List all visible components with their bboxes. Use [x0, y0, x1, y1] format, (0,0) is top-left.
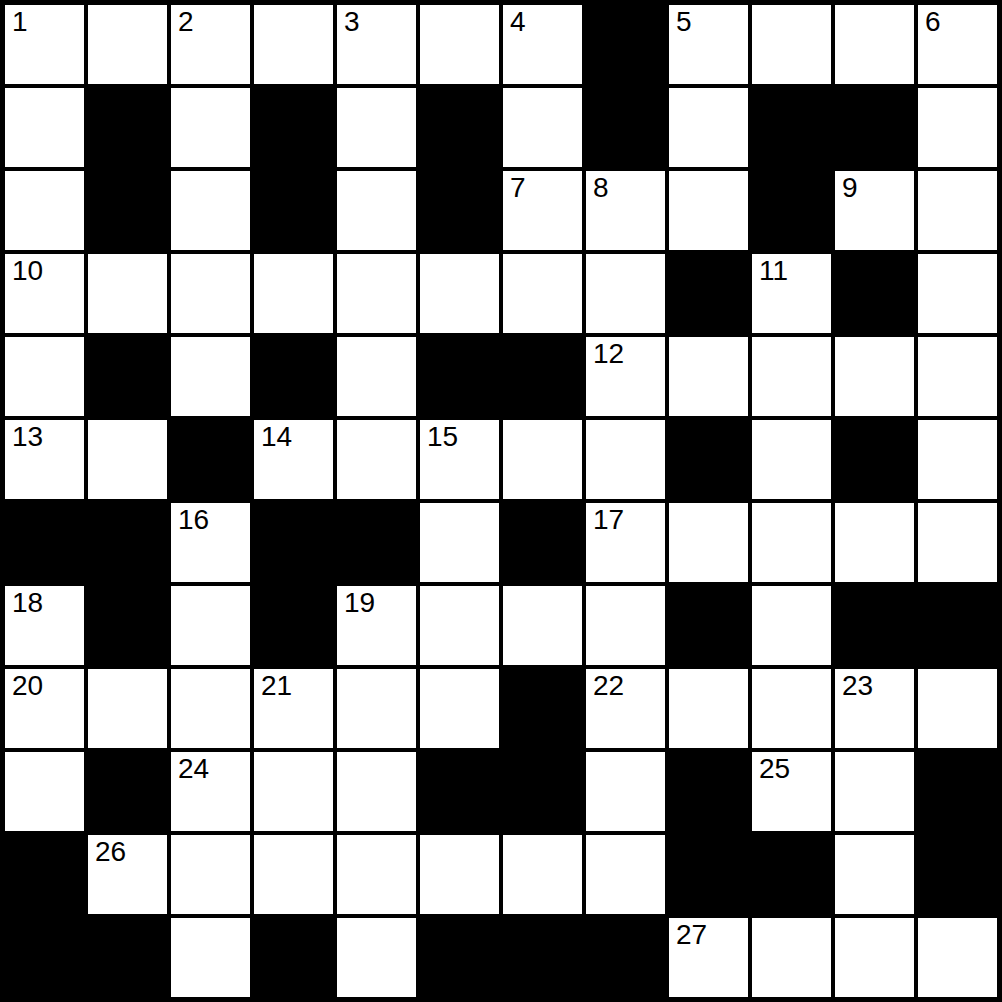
cell-r8c6[interactable] — [420, 586, 499, 665]
cell-r5c1[interactable] — [5, 337, 84, 416]
clue-number-20: 20 — [12, 671, 43, 700]
cell-r4c5[interactable] — [337, 254, 416, 333]
block-cell-r12c1 — [5, 918, 84, 997]
cell-r4c12[interactable] — [918, 254, 997, 333]
block-cell-r2c6 — [420, 88, 499, 167]
cell-r11c6[interactable] — [420, 835, 499, 914]
cell-r4c4[interactable] — [254, 254, 333, 333]
clue-number-5: 5 — [676, 7, 692, 36]
cell-r11c4[interactable] — [254, 835, 333, 914]
clue-number-7: 7 — [510, 173, 526, 202]
cell-r6c10[interactable] — [752, 420, 831, 499]
cell-r6c4[interactable]: 14 — [254, 420, 333, 499]
cell-r3c7[interactable]: 7 — [503, 171, 582, 250]
cell-r11c2[interactable]: 26 — [88, 835, 167, 914]
cell-r10c3[interactable]: 24 — [171, 752, 250, 831]
cell-r8c7[interactable] — [503, 586, 582, 665]
block-cell-r12c8 — [586, 918, 665, 997]
cell-r3c3[interactable] — [171, 171, 250, 250]
clue-number-11: 11 — [759, 256, 788, 285]
cell-r7c3[interactable]: 16 — [171, 503, 250, 582]
block-cell-r8c11 — [835, 586, 914, 665]
cell-r7c9[interactable] — [669, 503, 748, 582]
cell-r4c1[interactable]: 10 — [5, 254, 84, 333]
block-cell-r5c2 — [88, 337, 167, 416]
cell-r2c9[interactable] — [669, 88, 748, 167]
block-cell-r7c7 — [503, 503, 582, 582]
block-cell-r2c10 — [752, 88, 831, 167]
cell-r4c8[interactable] — [586, 254, 665, 333]
cell-r9c12[interactable] — [918, 669, 997, 748]
block-cell-r4c11 — [835, 254, 914, 333]
block-cell-r5c6 — [420, 337, 499, 416]
cell-r8c10[interactable] — [752, 586, 831, 665]
cell-r5c11[interactable] — [835, 337, 914, 416]
cell-r2c12[interactable] — [918, 88, 997, 167]
cell-r2c5[interactable] — [337, 88, 416, 167]
block-cell-r6c11 — [835, 420, 914, 499]
block-cell-r10c2 — [88, 752, 167, 831]
block-cell-r11c9 — [669, 835, 748, 914]
clue-number-13: 13 — [12, 422, 43, 451]
cell-r11c3[interactable] — [171, 835, 250, 914]
clue-number-23: 23 — [842, 671, 873, 700]
clue-number-10: 10 — [12, 256, 43, 285]
block-cell-r12c4 — [254, 918, 333, 997]
block-cell-r8c12 — [918, 586, 997, 665]
cell-r1c10[interactable] — [752, 5, 831, 84]
block-cell-r12c6 — [420, 918, 499, 997]
block-cell-r6c9 — [669, 420, 748, 499]
cell-r1c11[interactable] — [835, 5, 914, 84]
cell-r5c8[interactable]: 12 — [586, 337, 665, 416]
block-cell-r10c12 — [918, 752, 997, 831]
cell-r4c3[interactable] — [171, 254, 250, 333]
cell-r6c7[interactable] — [503, 420, 582, 499]
clue-number-22: 22 — [593, 671, 624, 700]
cell-r7c10[interactable] — [752, 503, 831, 582]
cell-r10c1[interactable] — [5, 752, 84, 831]
cell-r3c1[interactable] — [5, 171, 84, 250]
clue-number-19: 19 — [344, 588, 375, 617]
block-cell-r4c9 — [669, 254, 748, 333]
clue-number-12: 12 — [593, 339, 624, 368]
cell-r10c5[interactable] — [337, 752, 416, 831]
cell-r1c6[interactable] — [420, 5, 499, 84]
block-cell-r3c6 — [420, 171, 499, 250]
cell-r12c3[interactable] — [171, 918, 250, 997]
clue-number-8: 8 — [593, 173, 609, 202]
cell-r10c10[interactable]: 25 — [752, 752, 831, 831]
cell-r8c3[interactable] — [171, 586, 250, 665]
clue-number-14: 14 — [261, 422, 292, 451]
cell-r3c9[interactable] — [669, 171, 748, 250]
block-cell-r11c10 — [752, 835, 831, 914]
block-cell-r12c2 — [88, 918, 167, 997]
cell-r1c5[interactable]: 3 — [337, 5, 416, 84]
cell-r1c3[interactable]: 2 — [171, 5, 250, 84]
clue-number-25: 25 — [759, 754, 790, 783]
block-cell-r7c5 — [337, 503, 416, 582]
cell-r5c5[interactable] — [337, 337, 416, 416]
cell-r4c10[interactable]: 11 — [752, 254, 831, 333]
clue-number-21: 21 — [261, 671, 292, 700]
clue-number-6: 6 — [925, 7, 941, 36]
clue-number-24: 24 — [178, 754, 209, 783]
cell-r5c12[interactable] — [918, 337, 997, 416]
cell-r3c12[interactable] — [918, 171, 997, 250]
cell-r1c1[interactable]: 1 — [5, 5, 84, 84]
crossword-board: 1234567891011121314151617181920212223242… — [0, 0, 1002, 1002]
block-cell-r10c9 — [669, 752, 748, 831]
cell-r9c5[interactable] — [337, 669, 416, 748]
cell-r8c1[interactable]: 18 — [5, 586, 84, 665]
block-cell-r8c2 — [88, 586, 167, 665]
cell-r11c8[interactable] — [586, 835, 665, 914]
clue-number-18: 18 — [12, 588, 43, 617]
cell-r5c3[interactable] — [171, 337, 250, 416]
cell-r4c2[interactable] — [88, 254, 167, 333]
cell-r12c9[interactable]: 27 — [669, 918, 748, 997]
clue-number-3: 3 — [344, 7, 360, 36]
cell-r6c6[interactable]: 15 — [420, 420, 499, 499]
block-cell-r9c7 — [503, 669, 582, 748]
cell-r2c1[interactable] — [5, 88, 84, 167]
cell-r3c11[interactable]: 9 — [835, 171, 914, 250]
cell-r9c9[interactable] — [669, 669, 748, 748]
cell-r2c7[interactable] — [503, 88, 582, 167]
cell-r7c11[interactable] — [835, 503, 914, 582]
cell-r7c8[interactable]: 17 — [586, 503, 665, 582]
block-cell-r11c1 — [5, 835, 84, 914]
cell-r6c12[interactable] — [918, 420, 997, 499]
cell-r10c4[interactable] — [254, 752, 333, 831]
cell-r8c5[interactable]: 19 — [337, 586, 416, 665]
block-cell-r3c10 — [752, 171, 831, 250]
cell-r1c4[interactable] — [254, 5, 333, 84]
cell-r1c9[interactable]: 5 — [669, 5, 748, 84]
block-cell-r3c2 — [88, 171, 167, 250]
cell-r11c5[interactable] — [337, 835, 416, 914]
block-cell-r5c4 — [254, 337, 333, 416]
clue-number-4: 4 — [510, 7, 526, 36]
block-cell-r5c7 — [503, 337, 582, 416]
cell-r3c5[interactable] — [337, 171, 416, 250]
cell-r6c5[interactable] — [337, 420, 416, 499]
cell-r12c12[interactable] — [918, 918, 997, 997]
block-cell-r2c2 — [88, 88, 167, 167]
clue-number-1: 1 — [12, 7, 28, 36]
block-cell-r1c8 — [586, 5, 665, 84]
cell-r9c3[interactable] — [171, 669, 250, 748]
block-cell-r2c4 — [254, 88, 333, 167]
cell-r12c5[interactable] — [337, 918, 416, 997]
cell-r7c6[interactable] — [420, 503, 499, 582]
cell-r1c7[interactable]: 4 — [503, 5, 582, 84]
block-cell-r10c7 — [503, 752, 582, 831]
clue-number-15: 15 — [427, 422, 458, 451]
block-cell-r2c8 — [586, 88, 665, 167]
clue-number-27: 27 — [676, 920, 707, 949]
clue-number-16: 16 — [178, 505, 209, 534]
cell-r9c11[interactable]: 23 — [835, 669, 914, 748]
clue-number-26: 26 — [95, 837, 126, 866]
block-cell-r8c9 — [669, 586, 748, 665]
block-cell-r2c11 — [835, 88, 914, 167]
cell-r6c1[interactable]: 13 — [5, 420, 84, 499]
cell-r12c10[interactable] — [752, 918, 831, 997]
cell-r10c11[interactable] — [835, 752, 914, 831]
cell-r9c1[interactable]: 20 — [5, 669, 84, 748]
cell-r5c9[interactable] — [669, 337, 748, 416]
block-cell-r10c6 — [420, 752, 499, 831]
cell-r12c11[interactable] — [835, 918, 914, 997]
cell-r9c8[interactable]: 22 — [586, 669, 665, 748]
block-cell-r7c1 — [5, 503, 84, 582]
clue-number-17: 17 — [593, 505, 624, 534]
cell-r8c8[interactable] — [586, 586, 665, 665]
block-cell-r11c12 — [918, 835, 997, 914]
cell-r7c12[interactable] — [918, 503, 997, 582]
block-cell-r7c4 — [254, 503, 333, 582]
cell-r9c2[interactable] — [88, 669, 167, 748]
cell-r11c11[interactable] — [835, 835, 914, 914]
cell-r4c6[interactable] — [420, 254, 499, 333]
block-cell-r8c4 — [254, 586, 333, 665]
cell-r9c6[interactable] — [420, 669, 499, 748]
cell-r1c12[interactable]: 6 — [918, 5, 997, 84]
block-cell-r6c3 — [171, 420, 250, 499]
clue-number-9: 9 — [842, 173, 858, 202]
block-cell-r7c2 — [88, 503, 167, 582]
cell-r10c8[interactable] — [586, 752, 665, 831]
block-cell-r12c7 — [503, 918, 582, 997]
clue-number-2: 2 — [178, 7, 194, 36]
cell-r6c8[interactable] — [586, 420, 665, 499]
cell-r9c10[interactable] — [752, 669, 831, 748]
block-cell-r3c4 — [254, 171, 333, 250]
cell-r6c2[interactable] — [88, 420, 167, 499]
cell-r11c7[interactable] — [503, 835, 582, 914]
cell-r4c7[interactable] — [503, 254, 582, 333]
cell-r9c4[interactable]: 21 — [254, 669, 333, 748]
cell-r2c3[interactable] — [171, 88, 250, 167]
cell-r3c8[interactable]: 8 — [586, 171, 665, 250]
cell-r5c10[interactable] — [752, 337, 831, 416]
cell-r1c2[interactable] — [88, 5, 167, 84]
